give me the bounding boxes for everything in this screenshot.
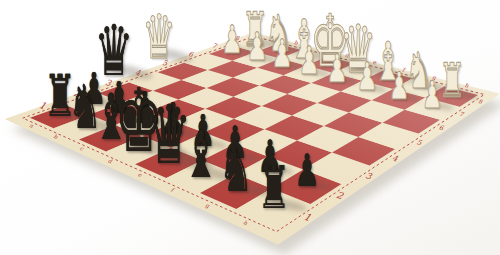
piece-white-pawn-h7: ♟ — [422, 76, 443, 114]
piece-black-bishop-f1: ♝ — [183, 122, 219, 187]
piece-white-pawn-a7: ♟ — [222, 20, 244, 59]
piece-white-pawn-f7: ♟ — [356, 57, 378, 96]
piece-white-pawn-c7: ♟ — [271, 34, 293, 73]
piece-white-pawn-d7: ♟ — [298, 41, 320, 80]
piece-black-pawn-h2: ♟ — [294, 148, 319, 193]
piece-black-rook-h1: ♜ — [257, 157, 290, 216]
piece-white-pawn-g7: ♟ — [388, 67, 409, 105]
extra-white-queen: ♛ — [142, 6, 176, 67]
chess-set-photo: aabbccddeeffgghh1122334455667788 ♜♞♝♚♛♝♞… — [0, 0, 500, 255]
piece-white-pawn-b7: ♟ — [246, 27, 268, 66]
piece-black-knight-g1: ♞ — [219, 139, 253, 201]
piece-white-pawn-e7: ♟ — [326, 49, 348, 88]
